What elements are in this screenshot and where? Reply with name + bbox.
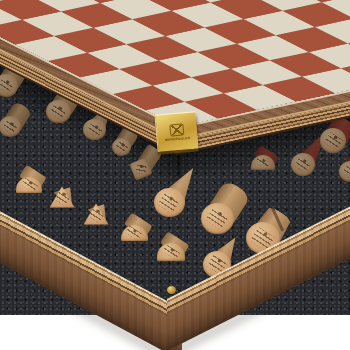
piece-base — [46, 100, 71, 124]
piece-base — [83, 119, 106, 141]
chess-piece-cone — [154, 188, 185, 219]
maker-stamp — [205, 207, 229, 230]
chess-piece-pyramid — [84, 203, 109, 228]
brand-logo-icon — [169, 123, 184, 136]
chess-piece-cylinder — [320, 128, 346, 154]
chess-piece-halfdisc — [16, 169, 42, 195]
chess-piece-cylinder — [112, 138, 131, 157]
piece-base — [291, 153, 315, 176]
piece-base — [0, 74, 18, 97]
piece-base — [320, 128, 346, 153]
chess-piece-halfdisc — [157, 235, 185, 263]
chess-piece-halfdisc — [121, 217, 148, 244]
maker-stamp — [255, 156, 270, 169]
piece-base — [0, 116, 21, 137]
maker-stamp — [294, 157, 311, 173]
maker-stamp — [125, 226, 142, 241]
chess-piece-pyramid — [50, 186, 75, 211]
piece-base — [154, 188, 185, 217]
maker-stamp — [86, 122, 103, 138]
chess-piece-cylinder — [339, 161, 350, 183]
maker-stamp — [114, 140, 128, 153]
piece-base — [339, 161, 350, 182]
chess-piece-cylinder — [201, 203, 234, 236]
chess-piece-cylinder — [46, 100, 71, 125]
brass-clasp-pin — [167, 286, 176, 294]
maker-stamp — [158, 192, 180, 213]
maker-stamp — [21, 178, 37, 192]
maker-stamp — [49, 103, 67, 120]
chess-piece-cylinder — [0, 116, 21, 138]
brand-name: MANOPOULOS — [165, 135, 190, 141]
chess-piece-halfdisc — [251, 148, 275, 172]
maker-stamp — [342, 164, 350, 179]
chess-piece-cone — [83, 119, 106, 142]
piece-base — [112, 138, 131, 156]
maker-stamp — [135, 164, 147, 174]
maker-stamp — [0, 78, 15, 94]
chess-piece-cone — [291, 153, 315, 177]
chess-piece-cylinder — [0, 74, 18, 98]
maker-stamp — [324, 132, 343, 150]
maker-stamp — [2, 119, 18, 134]
piece-base — [201, 203, 234, 234]
maker-stamp — [162, 245, 180, 261]
brand-plaque: MANOPOULOS — [154, 111, 198, 151]
chess-piece-column — [132, 160, 150, 178]
chess-set-photo: MANOPOULOS — [0, 0, 350, 350]
